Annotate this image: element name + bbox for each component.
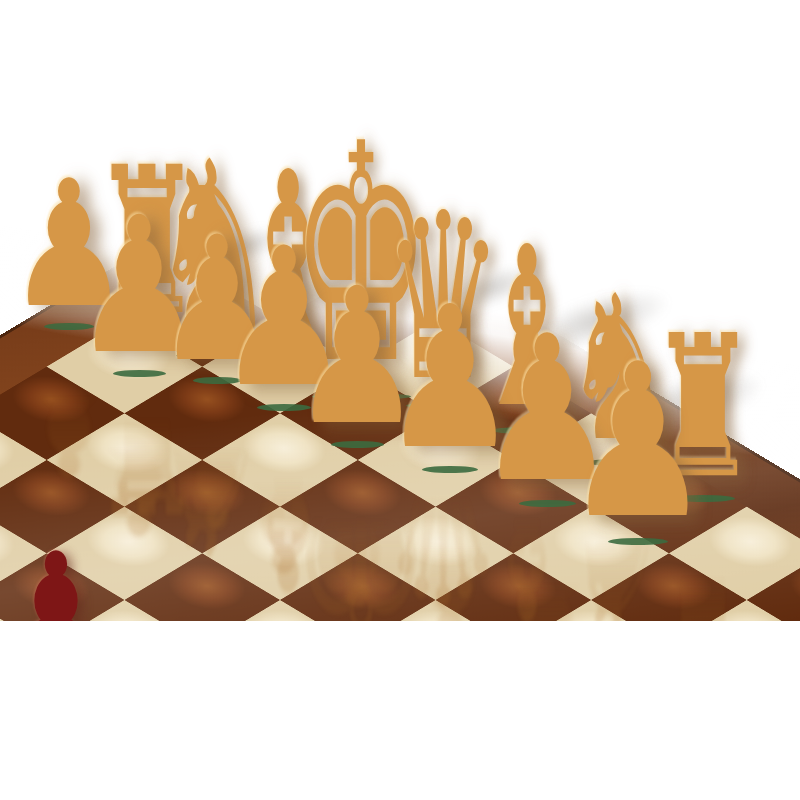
boxwood-pawn-c-felt-pad — [193, 377, 242, 384]
boxwood-pawn-h-felt-pad — [608, 538, 668, 545]
boxwood-pawn-g-felt-pad — [519, 500, 576, 507]
board-grid — [0, 227, 800, 621]
boxwood-bishop-f-felt-pad — [491, 427, 563, 434]
product-photo-page: ♟♜♞♟♝♟♚♟♛♟♝♟♞♟♜♟♟ ♟♜♞♟♝♟♚♟♛♟♝♟♞♟♜♟♟ — [0, 0, 800, 800]
boxwood-bishop-c-felt-pad — [248, 375, 329, 382]
boxwood-rook-h-felt-pad — [671, 495, 735, 502]
boxwood-knight-g-felt-pad — [586, 459, 652, 466]
boxwood-pawn-e-felt-pad — [331, 441, 384, 448]
boxwood-pawn-a-felt-pad — [44, 323, 94, 330]
boxwood-queen-felt-pad — [406, 402, 481, 409]
boxwood-pawn-f-felt-pad — [422, 466, 478, 473]
boxwood-pawn-d-felt-pad — [257, 404, 311, 411]
boxwood-pawn-b-felt-pad — [113, 370, 166, 377]
boxwood-rook-a-felt-pad — [114, 334, 181, 341]
chess-set-photo: ♟♜♞♟♝♟♚♟♛♟♝♟♞♟♜♟♟ ♟♜♞♟♝♟♚♟♛♟♝♟♞♟♜♟♟ — [0, 0, 800, 621]
boxwood-knight-b-felt-pad — [176, 352, 252, 359]
boxwood-king-felt-pad — [312, 393, 411, 400]
